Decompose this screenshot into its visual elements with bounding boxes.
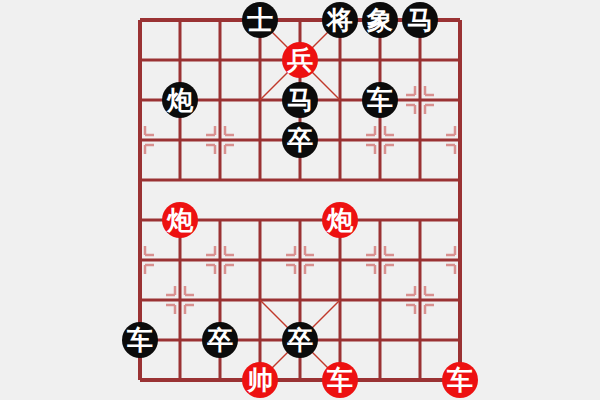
piece-red-cannon[interactable]: 炮 <box>322 202 358 238</box>
piece-black-advisor[interactable]: 士 <box>242 2 278 38</box>
piece-red-soldier[interactable]: 兵 <box>282 42 318 78</box>
piece-red-general[interactable]: 帅 <box>242 362 278 398</box>
piece-red-cannon[interactable]: 炮 <box>162 202 198 238</box>
piece-black-horse[interactable]: 马 <box>282 82 318 118</box>
piece-black-soldier[interactable]: 卒 <box>282 122 318 158</box>
piece-black-horse[interactable]: 马 <box>402 2 438 38</box>
xiangqi-app: 士将象马兵炮马车卒炮炮车卒卒帅车车 <box>0 0 600 400</box>
xiangqi-board[interactable]: 士将象马兵炮马车卒炮炮车卒卒帅车车 <box>0 0 600 400</box>
piece-red-chariot[interactable]: 车 <box>442 362 478 398</box>
piece-black-soldier[interactable]: 卒 <box>282 322 318 358</box>
piece-red-chariot[interactable]: 车 <box>322 362 358 398</box>
piece-black-soldier[interactable]: 卒 <box>202 322 238 358</box>
piece-black-cannon[interactable]: 炮 <box>162 82 198 118</box>
piece-black-elephant[interactable]: 象 <box>362 2 398 38</box>
piece-black-general[interactable]: 将 <box>322 2 358 38</box>
piece-black-chariot[interactable]: 车 <box>362 82 398 118</box>
piece-black-chariot[interactable]: 车 <box>122 322 158 358</box>
